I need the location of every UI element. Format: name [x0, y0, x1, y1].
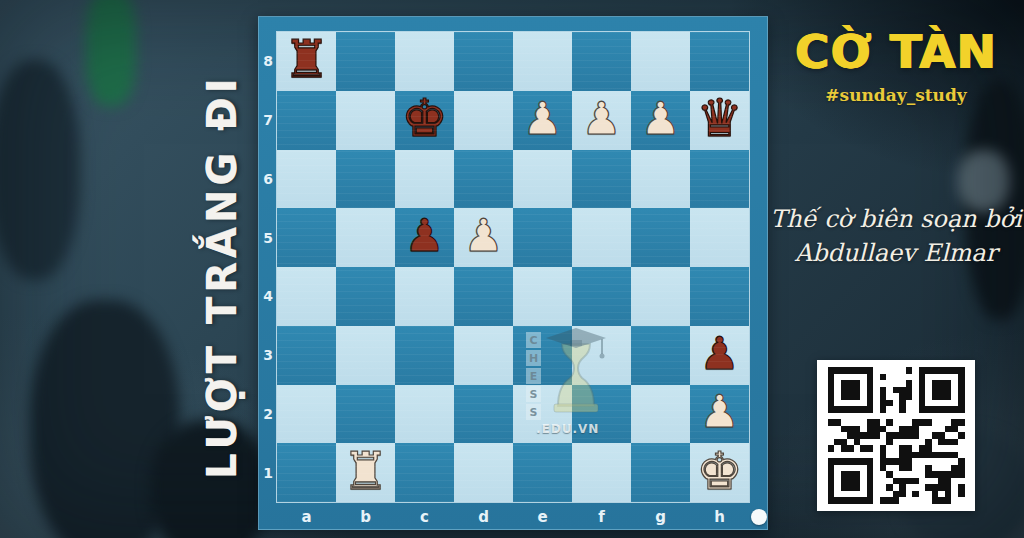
square-b4: [336, 267, 395, 326]
file-label-c: c: [395, 502, 454, 531]
square-f7: ♟: [572, 91, 631, 150]
square-b1: ♜: [336, 443, 395, 502]
file-label-a: a: [277, 502, 336, 531]
square-h5: [690, 208, 749, 267]
square-e2: [513, 385, 572, 444]
white-rook-b1: ♜: [342, 445, 389, 497]
square-g3: [631, 326, 690, 385]
square-h4: [690, 267, 749, 326]
square-d1: [454, 443, 513, 502]
white-pawn-g7: ♟: [640, 96, 680, 141]
square-g6: [631, 150, 690, 209]
square-g2: [631, 385, 690, 444]
square-h2: ♟: [690, 385, 749, 444]
file-label-h: h: [690, 502, 749, 531]
rank-labels: 87654321: [259, 32, 277, 502]
square-d2: [454, 385, 513, 444]
rank-label-5: 5: [259, 208, 277, 267]
square-h3: ♟: [690, 326, 749, 385]
file-label-f: f: [572, 502, 631, 531]
square-a6: [277, 150, 336, 209]
square-e7: ♟: [513, 91, 572, 150]
white-pawn-e7: ♟: [522, 96, 562, 141]
square-d3: [454, 326, 513, 385]
square-f8: [572, 32, 631, 91]
rank-label-3: 3: [259, 326, 277, 385]
square-a1: [277, 443, 336, 502]
square-f5: [572, 208, 631, 267]
square-f4: [572, 267, 631, 326]
white-pawn-f7: ♟: [581, 96, 621, 141]
poster: LƯỢT TRẮNG ĐI 87654321 ♜♚♟♟♟♛♟♟♟♟♜♚ abcd…: [0, 0, 1024, 538]
square-a2: [277, 385, 336, 444]
composer-credit: Thế cờ biên soạn bởi Abdullaev Elmar: [768, 202, 1024, 270]
square-g8: [631, 32, 690, 91]
white-king-h1: ♚: [696, 445, 743, 497]
square-a3: [277, 326, 336, 385]
hashtag: #sunday_study: [768, 85, 1024, 105]
square-b8: [336, 32, 395, 91]
square-e1: [513, 443, 572, 502]
white-to-move-banner: LƯỢT TRẮNG ĐI: [194, 87, 250, 467]
square-d5: ♟: [454, 208, 513, 267]
square-e5: [513, 208, 572, 267]
square-b2: [336, 385, 395, 444]
square-b3: [336, 326, 395, 385]
black-queen-h7: ♛: [696, 92, 743, 144]
square-a7: [277, 91, 336, 150]
black-pawn-h3: ♟: [699, 331, 739, 376]
square-e6: [513, 150, 572, 209]
composer-credit-line1: Thế cờ biên soạn bởi: [770, 205, 1021, 233]
square-f6: [572, 150, 631, 209]
square-c5: ♟: [395, 208, 454, 267]
square-a8: ♜: [277, 32, 336, 91]
square-d8: [454, 32, 513, 91]
qr-pattern: [824, 367, 968, 504]
square-a5: [277, 208, 336, 267]
square-g7: ♟: [631, 91, 690, 150]
black-king-c7: ♚: [401, 92, 448, 144]
chess-board: 87654321 ♜♚♟♟♟♛♟♟♟♟♜♚ abcdefgh: [258, 16, 768, 530]
file-labels: abcdefgh: [277, 502, 749, 531]
file-label-e: e: [513, 502, 572, 531]
board-grid: ♜♚♟♟♟♛♟♟♟♟♜♚: [277, 32, 749, 502]
rank-label-2: 2: [259, 385, 277, 444]
square-f1: [572, 443, 631, 502]
square-g1: [631, 443, 690, 502]
square-e4: [513, 267, 572, 326]
square-g5: [631, 208, 690, 267]
square-b5: [336, 208, 395, 267]
rank-label-6: 6: [259, 150, 277, 209]
endgame-title: CỜ TÀN: [768, 24, 1024, 79]
square-d4: [454, 267, 513, 326]
square-c8: [395, 32, 454, 91]
composer-name: Abdullaev Elmar: [795, 239, 997, 267]
black-pawn-c5: ♟: [404, 213, 444, 258]
black-rook-a8: ♜: [283, 33, 330, 85]
square-f3: [572, 326, 631, 385]
square-c2: [395, 385, 454, 444]
square-c6: [395, 150, 454, 209]
file-label-d: d: [454, 502, 513, 531]
square-e8: [513, 32, 572, 91]
square-c4: [395, 267, 454, 326]
square-h7: ♛: [690, 91, 749, 150]
square-g4: [631, 267, 690, 326]
white-pawn-h2: ♟: [699, 389, 739, 434]
square-e3: [513, 326, 572, 385]
white-pawn-d5: ♟: [463, 213, 503, 258]
square-d7: [454, 91, 513, 150]
square-a4: [277, 267, 336, 326]
file-label-b: b: [336, 502, 395, 531]
square-c3: [395, 326, 454, 385]
square-h8: [690, 32, 749, 91]
square-d6: [454, 150, 513, 209]
qr-code: [817, 360, 975, 511]
square-b6: [336, 150, 395, 209]
rank-label-4: 4: [259, 267, 277, 326]
square-b7: [336, 91, 395, 150]
square-c7: ♚: [395, 91, 454, 150]
rank-label-1: 1: [259, 443, 277, 502]
square-h6: [690, 150, 749, 209]
square-f2: [572, 385, 631, 444]
file-label-g: g: [631, 502, 690, 531]
rank-label-8: 8: [259, 32, 277, 91]
white-to-move-indicator: [751, 509, 767, 525]
square-c1: [395, 443, 454, 502]
rank-label-7: 7: [259, 91, 277, 150]
square-h1: ♚: [690, 443, 749, 502]
